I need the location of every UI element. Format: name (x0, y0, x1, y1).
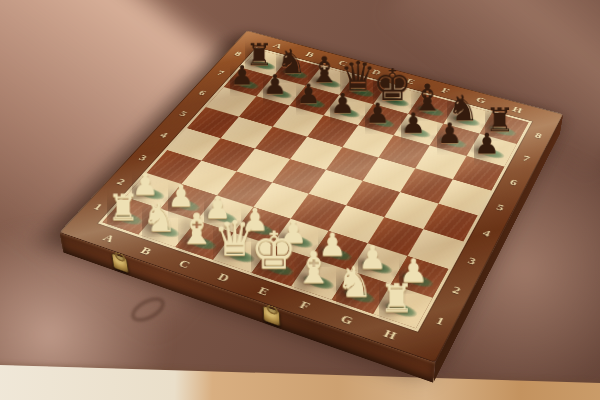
photo-scene: ♜♞♝♛♚♝♞♜♟♟♟♟♟♟♟♟♟♟♟♟♟♟♟♟♜♞♝♛♚♝♞♜ ABCDEFG… (0, 0, 600, 400)
white-bishop-c1[interactable]: ♝ (178, 208, 216, 250)
white-rook-h1[interactable]: ♜ (379, 278, 414, 317)
black-pawn-h7[interactable]: ♟ (474, 130, 500, 159)
board-3d-scene: ♜♞♝♛♚♝♞♜♟♟♟♟♟♟♟♟♟♟♟♟♟♟♟♟♜♞♝♛♚♝♞♜ ABCDEFG… (0, 0, 600, 400)
black-pawn-c7[interactable]: ♟ (296, 81, 320, 108)
black-pawn-e7[interactable]: ♟ (365, 100, 390, 128)
white-king-e1[interactable]: ♚ (251, 224, 298, 276)
white-knight-b1[interactable]: ♞ (142, 198, 177, 237)
square-h7[interactable]: ♟ (467, 134, 517, 167)
chess-board[interactable]: ♜♞♝♛♚♝♞♜♟♟♟♟♟♟♟♟♟♟♟♟♟♟♟♟♜♞♝♛♚♝♞♜ ABCDEFG… (59, 31, 563, 363)
black-pawn-d7[interactable]: ♟ (330, 90, 355, 118)
black-pawn-g7[interactable]: ♟ (437, 120, 462, 148)
white-bishop-f1[interactable]: ♝ (294, 246, 333, 290)
white-rook-a1[interactable]: ♜ (107, 189, 139, 225)
white-knight-g1[interactable]: ♞ (336, 261, 374, 303)
black-pawn-a7[interactable]: ♟ (230, 62, 254, 89)
black-pawn-b7[interactable]: ♟ (263, 72, 287, 99)
black-pawn-f7[interactable]: ♟ (401, 110, 426, 138)
